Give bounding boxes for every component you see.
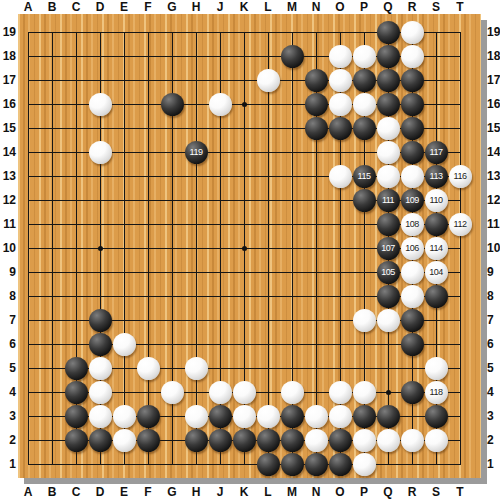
stone-white: 110 [425, 189, 448, 212]
row-label-left: 9 [0, 265, 16, 279]
move-number: 116 [449, 165, 472, 188]
column-label-bottom: B [40, 485, 64, 499]
move-number: 117 [425, 141, 448, 164]
stone-black [353, 69, 376, 92]
row-label-left: 7 [0, 313, 16, 327]
stone-black [65, 405, 88, 428]
stone-black [401, 381, 424, 404]
stone-black [425, 285, 448, 308]
row-label-left: 16 [0, 97, 16, 111]
move-number: 115 [353, 165, 376, 188]
stone-black [89, 309, 112, 332]
row-label-left: 10 [0, 241, 16, 255]
column-label-top: D [88, 0, 112, 14]
stone-white [89, 141, 112, 164]
column-label-bottom: S [424, 485, 448, 499]
column-label-bottom: J [208, 485, 232, 499]
stone-black: 113 [425, 165, 448, 188]
stone-white [233, 405, 256, 428]
stone-white [329, 165, 352, 188]
stone-black [353, 405, 376, 428]
stone-black [329, 117, 352, 140]
move-number: 105 [377, 261, 400, 284]
stone-black: 107 [377, 237, 400, 260]
column-label-top: G [160, 0, 184, 14]
stone-white [377, 429, 400, 452]
column-label-bottom: P [352, 485, 376, 499]
column-label-bottom: G [160, 485, 184, 499]
stone-white [353, 381, 376, 404]
stone-white [377, 165, 400, 188]
column-label-top: L [256, 0, 280, 14]
column-label-bottom: C [64, 485, 88, 499]
row-label-left: 12 [0, 193, 16, 207]
row-label-right: 17 [487, 73, 500, 87]
stone-white [185, 405, 208, 428]
column-label-top: H [184, 0, 208, 14]
stone-white [209, 93, 232, 116]
column-label-top: Q [376, 0, 400, 14]
row-label-right: 10 [487, 241, 500, 255]
grid-line-h [28, 464, 461, 465]
stone-black [353, 189, 376, 212]
column-label-top: S [424, 0, 448, 14]
stone-white: 108 [401, 213, 424, 236]
stone-black: 119 [185, 141, 208, 164]
row-label-left: 17 [0, 73, 16, 87]
column-label-top: R [400, 0, 424, 14]
stone-white [281, 381, 304, 404]
stone-black: 117 [425, 141, 448, 164]
stone-black: 105 [377, 261, 400, 284]
go-board[interactable]: 1191171151131161111091101081121071061141… [18, 14, 481, 478]
stone-black [65, 357, 88, 380]
row-label-left: 5 [0, 361, 16, 375]
stone-black [305, 93, 328, 116]
stone-white [377, 309, 400, 332]
move-number: 110 [425, 189, 448, 212]
row-label-left: 8 [0, 289, 16, 303]
column-label-top: J [208, 0, 232, 14]
move-number: 111 [377, 189, 400, 212]
column-label-top: F [136, 0, 160, 14]
stone-black [305, 69, 328, 92]
row-label-right: 9 [487, 265, 500, 279]
column-label-top: O [328, 0, 352, 14]
column-label-bottom: T [448, 485, 472, 499]
row-label-right: 13 [487, 169, 500, 183]
row-label-left: 13 [0, 169, 16, 183]
column-label-top: P [352, 0, 376, 14]
row-label-left: 19 [0, 25, 16, 39]
grid-line-v [268, 32, 269, 465]
row-label-left: 11 [0, 217, 16, 231]
row-label-right: 2 [487, 433, 500, 447]
column-label-bottom: O [328, 485, 352, 499]
stone-white [401, 285, 424, 308]
stone-black [377, 45, 400, 68]
stone-white [89, 381, 112, 404]
row-label-left: 4 [0, 385, 16, 399]
stone-black [401, 117, 424, 140]
stone-white [425, 429, 448, 452]
stone-black [281, 405, 304, 428]
row-label-left: 14 [0, 145, 16, 159]
stone-black [161, 93, 184, 116]
stone-black [377, 285, 400, 308]
stone-black: 111 [377, 189, 400, 212]
row-label-left: 2 [0, 433, 16, 447]
row-label-right: 8 [487, 289, 500, 303]
move-number: 108 [401, 213, 424, 236]
stone-white [257, 405, 280, 428]
stone-black [353, 117, 376, 140]
stone-black [89, 333, 112, 356]
stone-black [377, 93, 400, 116]
stone-white: 104 [425, 261, 448, 284]
move-number: 106 [401, 237, 424, 260]
stone-black [65, 429, 88, 452]
stone-black [401, 141, 424, 164]
column-label-bottom: M [280, 485, 304, 499]
column-label-top: N [304, 0, 328, 14]
stone-black [185, 429, 208, 452]
column-label-bottom: K [232, 485, 256, 499]
row-label-right: 14 [487, 145, 500, 159]
stone-black [305, 453, 328, 476]
stone-white [401, 165, 424, 188]
column-label-top: E [112, 0, 136, 14]
star-point [98, 246, 103, 251]
stone-black [257, 429, 280, 452]
stone-black: 109 [401, 189, 424, 212]
column-label-top: B [40, 0, 64, 14]
stone-black [137, 405, 160, 428]
stone-white [89, 405, 112, 428]
stone-black [233, 429, 256, 452]
stone-white [401, 21, 424, 44]
column-label-top: K [232, 0, 256, 14]
stone-black [281, 45, 304, 68]
stone-black [329, 453, 352, 476]
row-label-right: 6 [487, 337, 500, 351]
stone-white [161, 381, 184, 404]
stone-white [353, 93, 376, 116]
stone-white [305, 429, 328, 452]
stone-white [377, 117, 400, 140]
column-label-bottom: N [304, 485, 328, 499]
stone-white [89, 357, 112, 380]
stone-white [353, 453, 376, 476]
row-label-right: 1 [487, 457, 500, 471]
stone-black [377, 21, 400, 44]
move-number: 118 [425, 381, 448, 404]
stone-black [65, 381, 88, 404]
stone-black [401, 69, 424, 92]
move-number: 107 [377, 237, 400, 260]
stone-white [233, 381, 256, 404]
stone-white [185, 357, 208, 380]
stone-white [401, 429, 424, 452]
move-number: 119 [185, 141, 208, 164]
move-number: 113 [425, 165, 448, 188]
row-label-left: 6 [0, 337, 16, 351]
stone-black [377, 213, 400, 236]
stone-white [257, 69, 280, 92]
stone-white [353, 45, 376, 68]
column-label-bottom: L [256, 485, 280, 499]
row-label-right: 3 [487, 409, 500, 423]
star-point [242, 102, 247, 107]
stone-black [209, 429, 232, 452]
go-game-screen: 1191171151131161111091101081121071061141… [0, 0, 500, 500]
row-label-right: 12 [487, 193, 500, 207]
stone-black [137, 429, 160, 452]
row-label-right: 5 [487, 361, 500, 375]
row-label-right: 19 [487, 25, 500, 39]
stone-white [137, 357, 160, 380]
stone-white [329, 69, 352, 92]
stone-white [425, 357, 448, 380]
stone-black [401, 93, 424, 116]
stone-white [113, 333, 136, 356]
stone-white: 114 [425, 237, 448, 260]
move-number: 109 [401, 189, 424, 212]
stone-black [425, 213, 448, 236]
row-label-right: 16 [487, 97, 500, 111]
column-label-bottom: A [16, 485, 40, 499]
column-label-bottom: D [88, 485, 112, 499]
stone-black [281, 429, 304, 452]
stone-white [377, 141, 400, 164]
column-label-bottom: R [400, 485, 424, 499]
stone-black [305, 117, 328, 140]
row-label-left: 15 [0, 121, 16, 135]
stone-white [329, 93, 352, 116]
stone-black [401, 309, 424, 332]
stone-black [377, 405, 400, 428]
stone-black [401, 333, 424, 356]
row-label-right: 15 [487, 121, 500, 135]
stone-black [425, 405, 448, 428]
stone-white [401, 261, 424, 284]
star-point [242, 246, 247, 251]
stone-white [353, 309, 376, 332]
row-label-left: 1 [0, 457, 16, 471]
move-number: 112 [449, 213, 472, 236]
column-label-bottom: F [136, 485, 160, 499]
stone-black [257, 453, 280, 476]
stone-white [89, 93, 112, 116]
row-label-right: 11 [487, 217, 500, 231]
column-label-top: A [16, 0, 40, 14]
stone-black [89, 429, 112, 452]
stone-white [329, 45, 352, 68]
stone-white: 116 [449, 165, 472, 188]
stone-white: 112 [449, 213, 472, 236]
stone-white [113, 405, 136, 428]
column-label-bottom: Q [376, 485, 400, 499]
move-number: 114 [425, 237, 448, 260]
row-label-right: 4 [487, 385, 500, 399]
row-label-right: 18 [487, 49, 500, 63]
stone-black [377, 69, 400, 92]
column-label-top: M [280, 0, 304, 14]
stone-black [281, 453, 304, 476]
column-label-top: T [448, 0, 472, 14]
grid-line-v [460, 32, 461, 465]
row-label-right: 7 [487, 313, 500, 327]
row-label-left: 3 [0, 409, 16, 423]
move-number: 104 [425, 261, 448, 284]
column-label-top: C [64, 0, 88, 14]
stone-white [329, 381, 352, 404]
stone-black [209, 405, 232, 428]
column-label-bottom: H [184, 485, 208, 499]
stone-white: 118 [425, 381, 448, 404]
stone-white [305, 405, 328, 428]
star-point [386, 390, 391, 395]
stone-black: 115 [353, 165, 376, 188]
stone-white [113, 429, 136, 452]
stone-white [401, 45, 424, 68]
stone-white [329, 405, 352, 428]
column-label-bottom: E [112, 485, 136, 499]
row-label-left: 18 [0, 49, 16, 63]
stone-white [353, 429, 376, 452]
stone-white: 106 [401, 237, 424, 260]
stone-white [209, 381, 232, 404]
stone-black [329, 429, 352, 452]
